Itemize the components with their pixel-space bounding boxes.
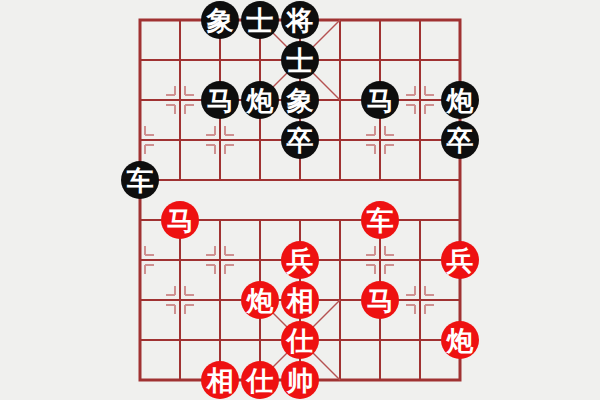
piece-red-horse-left[interactable]: 马	[161, 201, 199, 239]
piece-red-cannon-left[interactable]: 炮	[241, 281, 279, 319]
piece-red-king[interactable]: 帅	[281, 361, 319, 399]
piece-red-cannon-right[interactable]: 炮	[441, 321, 479, 359]
piece-red-advisor-center[interactable]: 仕	[281, 321, 319, 359]
piece-red-soldier-right[interactable]: 兵	[441, 241, 479, 279]
piece-black-advisor-left[interactable]: 士	[241, 1, 279, 39]
piece-black-soldier-right[interactable]: 卒	[441, 121, 479, 159]
piece-red-elephant-center[interactable]: 相	[281, 281, 319, 319]
piece-black-horse-left[interactable]: 马	[201, 81, 239, 119]
piece-black-elephant-left[interactable]: 象	[201, 1, 239, 39]
piece-black-king[interactable]: 将	[281, 1, 319, 39]
piece-black-horse-right[interactable]: 马	[361, 81, 399, 119]
piece-black-chariot[interactable]: 车	[121, 161, 159, 199]
xiangqi-board: 象士将士马炮象马炮卒卒车马车兵兵炮相马仕炮相仕帅	[0, 0, 600, 400]
piece-red-chariot[interactable]: 车	[361, 201, 399, 239]
piece-red-soldier-center[interactable]: 兵	[281, 241, 319, 279]
piece-black-cannon-right[interactable]: 炮	[441, 81, 479, 119]
piece-red-elephant-left[interactable]: 相	[201, 361, 239, 399]
piece-red-horse-right[interactable]: 马	[361, 281, 399, 319]
piece-black-cannon-left[interactable]: 炮	[241, 81, 279, 119]
piece-red-advisor-left[interactable]: 仕	[241, 361, 279, 399]
piece-black-soldier-center[interactable]: 卒	[281, 121, 319, 159]
piece-black-advisor-center[interactable]: 士	[281, 41, 319, 79]
piece-black-elephant-center[interactable]: 象	[281, 81, 319, 119]
